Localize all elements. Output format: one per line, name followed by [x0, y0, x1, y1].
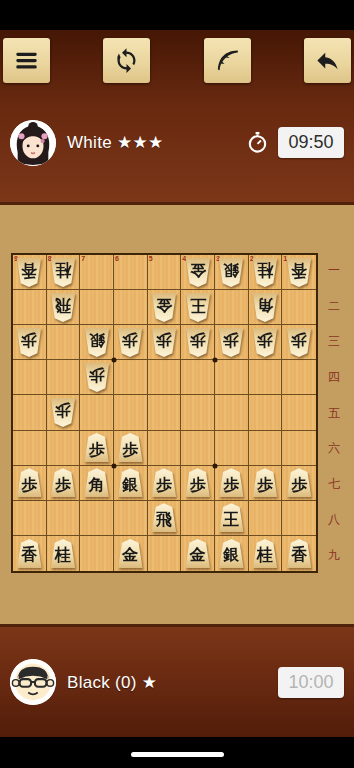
piece-wrap: 王 [185, 293, 211, 322]
piece-black-銀[interactable]: 銀 [117, 468, 143, 497]
file-label: 5 [149, 255, 153, 262]
piece-black-飛[interactable]: 飛 [151, 503, 177, 532]
piece-wrap: 歩 [16, 328, 42, 357]
square-6b[interactable] [114, 290, 148, 325]
piece-wrap: 歩 [151, 468, 177, 497]
feather-icon [214, 47, 241, 74]
black-clock-group: 10:00 [278, 667, 344, 698]
piece-white-銀[interactable]: 銀 [218, 258, 244, 287]
piece-wrap: 銀 [218, 258, 244, 287]
piece-white-桂[interactable]: 桂 [50, 258, 76, 287]
square-6i[interactable]: 金 [114, 536, 148, 571]
piece-wrap: 金 [151, 293, 177, 322]
square-5f[interactable] [148, 431, 182, 466]
square-1h[interactable] [282, 501, 316, 536]
piece-wrap: 角 [252, 293, 278, 322]
piece-wrap: 香 [16, 539, 42, 568]
piece-white-歩[interactable]: 歩 [286, 328, 312, 357]
hoshi-dot [112, 463, 117, 468]
square-5i[interactable] [148, 536, 182, 571]
square-2i[interactable]: 桂 [249, 536, 283, 571]
piece-white-香[interactable]: 香 [16, 258, 42, 287]
square-7i[interactable] [80, 536, 114, 571]
piece-wrap: 歩 [218, 328, 244, 357]
square-4a[interactable]: 4金 [181, 255, 215, 290]
piece-wrap: 飛 [50, 293, 76, 322]
square-8e[interactable]: 歩 [47, 395, 81, 430]
piece-wrap: 桂 [252, 539, 278, 568]
square-2e[interactable] [249, 395, 283, 430]
square-3i[interactable]: 銀 [215, 536, 249, 571]
square-9i[interactable]: 香 [13, 536, 47, 571]
square-9b[interactable] [13, 290, 47, 325]
square-2c[interactable]: 歩 [249, 325, 283, 360]
black-player-row: Black (0) ★ 10:00 [0, 627, 354, 737]
square-6e[interactable] [114, 395, 148, 430]
square-2f[interactable] [249, 431, 283, 466]
square-2g[interactable]: 歩 [249, 466, 283, 501]
square-8c[interactable] [47, 325, 81, 360]
square-8i[interactable]: 桂 [47, 536, 81, 571]
square-9f[interactable] [13, 431, 47, 466]
hoshi-dot [213, 358, 218, 363]
board-wrap: 9香8桂7654金3銀2桂1香飛金王角歩銀歩歩歩歩歩歩歩歩歩歩歩歩角銀歩歩歩歩歩… [11, 253, 318, 573]
undo-button[interactable] [304, 38, 351, 83]
square-8a[interactable]: 8桂 [47, 255, 81, 290]
rank-label: 二 [321, 289, 347, 325]
square-6f[interactable]: 歩 [114, 431, 148, 466]
rank-label: 五 [321, 395, 347, 431]
square-9d[interactable] [13, 360, 47, 395]
square-8d[interactable] [47, 360, 81, 395]
square-9g[interactable]: 歩 [13, 466, 47, 501]
status-bar [0, 0, 354, 30]
square-9a[interactable]: 9香 [13, 255, 47, 290]
piece-black-金[interactable]: 金 [185, 539, 211, 568]
square-7g[interactable]: 角 [80, 466, 114, 501]
square-5h[interactable]: 飛 [148, 501, 182, 536]
piece-wrap: 歩 [84, 363, 110, 392]
piece-wrap: 金 [117, 539, 143, 568]
bottom-section: Black (0) ★ 10:00 [0, 627, 354, 737]
top-section: White ★★★ 09:50 [0, 30, 354, 202]
square-4i[interactable]: 金 [181, 536, 215, 571]
square-4b[interactable]: 王 [181, 290, 215, 325]
shogi-board: 9香8桂7654金3銀2桂1香飛金王角歩銀歩歩歩歩歩歩歩歩歩歩歩歩角銀歩歩歩歩歩… [11, 253, 318, 573]
sync-button[interactable] [103, 38, 150, 83]
square-9e[interactable] [13, 395, 47, 430]
square-8g[interactable]: 歩 [47, 466, 81, 501]
square-6c[interactable]: 歩 [114, 325, 148, 360]
square-6h[interactable] [114, 501, 148, 536]
square-3b[interactable] [215, 290, 249, 325]
piece-wrap: 歩 [50, 398, 76, 427]
square-3c[interactable]: 歩 [215, 325, 249, 360]
piece-black-桂[interactable]: 桂 [50, 539, 76, 568]
piece-black-歩[interactable]: 歩 [218, 468, 244, 497]
file-label: 7 [81, 255, 85, 262]
square-2h[interactable] [249, 501, 283, 536]
square-5d[interactable] [148, 360, 182, 395]
piece-black-桂[interactable]: 桂 [252, 539, 278, 568]
square-4d[interactable] [181, 360, 215, 395]
piece-wrap: 歩 [16, 468, 42, 497]
rank-label: 七 [321, 466, 347, 502]
hoshi-dot [112, 358, 117, 363]
white-timer: 09:50 [278, 127, 344, 158]
square-2a[interactable]: 2桂 [249, 255, 283, 290]
piece-black-銀[interactable]: 銀 [218, 539, 244, 568]
square-5b[interactable]: 金 [148, 290, 182, 325]
piece-white-歩[interactable]: 歩 [151, 328, 177, 357]
white-player-row: White ★★★ 09:50 [0, 83, 354, 202]
piece-wrap: 角 [84, 468, 110, 497]
menu-icon [13, 47, 40, 74]
square-4h[interactable] [181, 501, 215, 536]
square-7f[interactable]: 歩 [80, 431, 114, 466]
piece-wrap: 飛 [151, 503, 177, 532]
piece-black-香[interactable]: 香 [16, 539, 42, 568]
white-avatar [10, 120, 56, 166]
piece-white-歩[interactable]: 歩 [84, 363, 110, 392]
piece-white-歩[interactable]: 歩 [16, 328, 42, 357]
piece-wrap: 王 [218, 503, 244, 532]
square-5e[interactable] [148, 395, 182, 430]
square-9h[interactable] [13, 501, 47, 536]
piece-wrap: 歩 [151, 328, 177, 357]
black-player-name: Black (0) ★ [67, 672, 157, 693]
piece-black-角[interactable]: 角 [84, 468, 110, 497]
square-1e[interactable] [282, 395, 316, 430]
square-7h[interactable] [80, 501, 114, 536]
square-3f[interactable] [215, 431, 249, 466]
piece-wrap: 桂 [50, 258, 76, 287]
square-7a[interactable]: 7 [80, 255, 114, 290]
piece-black-歩[interactable]: 歩 [50, 468, 76, 497]
rank-labels: 一二三四五六七八九 [321, 253, 347, 573]
square-6a[interactable]: 6 [114, 255, 148, 290]
home-indicator[interactable] [131, 752, 224, 757]
file-label: 6 [115, 255, 119, 262]
piece-white-銀[interactable]: 銀 [84, 328, 110, 357]
square-7b[interactable] [80, 290, 114, 325]
rank-label: 九 [321, 538, 347, 574]
piece-black-歩[interactable]: 歩 [286, 468, 312, 497]
piece-wrap: 桂 [252, 258, 278, 287]
black-avatar [10, 659, 56, 705]
piece-wrap: 銀 [84, 328, 110, 357]
rank-label: 一 [321, 253, 347, 289]
piece-black-香[interactable]: 香 [286, 539, 312, 568]
piece-black-歩[interactable]: 歩 [151, 468, 177, 497]
stopwatch-icon [246, 131, 269, 154]
menu-button[interactable] [3, 38, 50, 83]
hoshi-dot [213, 463, 218, 468]
piece-white-歩[interactable]: 歩 [218, 328, 244, 357]
piece-wrap: 銀 [117, 468, 143, 497]
square-3a[interactable]: 3銀 [215, 255, 249, 290]
piece-wrap: 歩 [252, 468, 278, 497]
square-4f[interactable] [181, 431, 215, 466]
rank-label: 八 [321, 502, 347, 538]
square-1i[interactable]: 香 [282, 536, 316, 571]
square-1g[interactable]: 歩 [282, 466, 316, 501]
square-3d[interactable] [215, 360, 249, 395]
piece-black-歩[interactable]: 歩 [84, 433, 110, 462]
piece-wrap: 歩 [117, 433, 143, 462]
piece-white-角[interactable]: 角 [252, 293, 278, 322]
rank-label: 三 [321, 324, 347, 360]
piece-black-歩[interactable]: 歩 [185, 468, 211, 497]
piece-wrap: 歩 [252, 328, 278, 357]
white-clock-group: 09:50 [246, 127, 344, 158]
square-7c[interactable]: 銀 [80, 325, 114, 360]
piece-wrap: 香 [286, 258, 312, 287]
notation-button[interactable] [204, 38, 251, 83]
square-7d[interactable]: 歩 [80, 360, 114, 395]
piece-wrap: 香 [286, 539, 312, 568]
piece-wrap: 歩 [84, 433, 110, 462]
square-5c[interactable]: 歩 [148, 325, 182, 360]
piece-wrap: 桂 [50, 539, 76, 568]
piece-wrap: 香 [16, 258, 42, 287]
square-4e[interactable] [181, 395, 215, 430]
square-3g[interactable]: 歩 [215, 466, 249, 501]
square-4c[interactable]: 歩 [181, 325, 215, 360]
piece-white-飛[interactable]: 飛 [50, 293, 76, 322]
square-5a[interactable]: 5 [148, 255, 182, 290]
piece-black-歩[interactable]: 歩 [16, 468, 42, 497]
square-8h[interactable] [47, 501, 81, 536]
piece-wrap: 銀 [218, 539, 244, 568]
white-player-name: White ★★★ [67, 132, 164, 153]
square-4g[interactable]: 歩 [181, 466, 215, 501]
piece-wrap: 歩 [218, 468, 244, 497]
rank-label: 四 [321, 360, 347, 396]
black-timer: 10:00 [278, 667, 344, 698]
square-1b[interactable] [282, 290, 316, 325]
square-2b[interactable]: 角 [249, 290, 283, 325]
square-8b[interactable]: 飛 [47, 290, 81, 325]
square-1f[interactable] [282, 431, 316, 466]
piece-black-王[interactable]: 王 [218, 503, 244, 532]
square-9c[interactable]: 歩 [13, 325, 47, 360]
toolbar [0, 30, 354, 83]
piece-wrap: 金 [185, 539, 211, 568]
piece-wrap: 歩 [50, 468, 76, 497]
undo-icon [314, 47, 341, 74]
square-6g[interactable]: 銀 [114, 466, 148, 501]
piece-wrap: 歩 [185, 328, 211, 357]
piece-black-歩[interactable]: 歩 [117, 433, 143, 462]
rank-label: 六 [321, 431, 347, 467]
square-7e[interactable] [80, 395, 114, 430]
board-section: 9香8桂7654金3銀2桂1香飛金王角歩銀歩歩歩歩歩歩歩歩歩歩歩歩角銀歩歩歩歩歩… [0, 202, 354, 627]
navigation-bar [0, 737, 354, 768]
square-6d[interactable] [114, 360, 148, 395]
piece-white-金[interactable]: 金 [185, 258, 211, 287]
square-8f[interactable] [47, 431, 81, 466]
piece-white-王[interactable]: 王 [185, 293, 211, 322]
piece-white-香[interactable]: 香 [286, 258, 312, 287]
square-5g[interactable]: 歩 [148, 466, 182, 501]
square-1a[interactable]: 1香 [282, 255, 316, 290]
piece-white-桂[interactable]: 桂 [252, 258, 278, 287]
piece-black-金[interactable]: 金 [117, 539, 143, 568]
square-3h[interactable]: 王 [215, 501, 249, 536]
piece-white-歩[interactable]: 歩 [50, 398, 76, 427]
square-2d[interactable] [249, 360, 283, 395]
piece-white-歩[interactable]: 歩 [185, 328, 211, 357]
piece-wrap: 歩 [286, 468, 312, 497]
piece-black-歩[interactable]: 歩 [252, 468, 278, 497]
piece-wrap: 歩 [117, 328, 143, 357]
square-3e[interactable] [215, 395, 249, 430]
piece-wrap: 歩 [185, 468, 211, 497]
square-1d[interactable] [282, 360, 316, 395]
piece-wrap: 歩 [286, 328, 312, 357]
square-1c[interactable]: 歩 [282, 325, 316, 360]
piece-wrap: 金 [185, 258, 211, 287]
piece-white-金[interactable]: 金 [151, 293, 177, 322]
sync-icon [113, 47, 140, 74]
piece-white-歩[interactable]: 歩 [117, 328, 143, 357]
app-screen: White ★★★ 09:50 9香8桂7654金3銀2桂1香飛金王角歩銀歩歩歩… [0, 0, 354, 768]
piece-white-歩[interactable]: 歩 [252, 328, 278, 357]
